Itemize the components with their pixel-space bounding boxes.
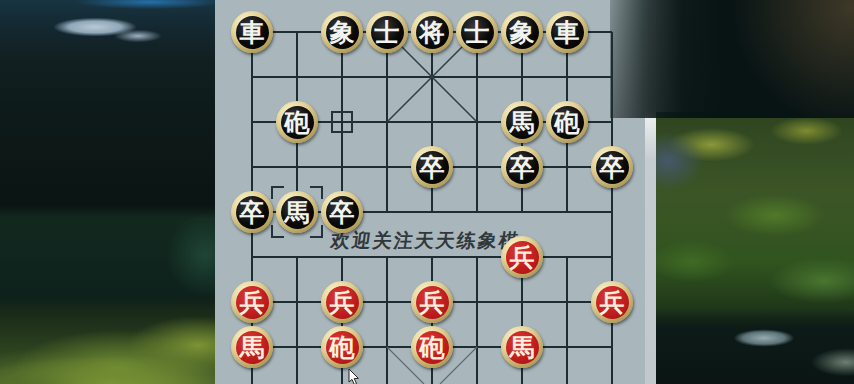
left-background-photo xyxy=(0,0,215,384)
piece-red-soldier[interactable]: 兵 xyxy=(321,281,363,323)
piece-black-soldier[interactable]: 卒 xyxy=(321,191,363,233)
piece-black-advisor[interactable]: 士 xyxy=(366,11,408,53)
piece-black-cannon[interactable]: 砲 xyxy=(546,101,588,143)
piece-black-elephant[interactable]: 象 xyxy=(321,11,363,53)
piece-red-cannon[interactable]: 砲 xyxy=(411,326,453,368)
piece-black-elephant[interactable]: 象 xyxy=(501,11,543,53)
piece-red-soldier[interactable]: 兵 xyxy=(411,281,453,323)
piece-black-general[interactable]: 将 xyxy=(411,11,453,53)
piece-red-soldier[interactable]: 兵 xyxy=(501,236,543,278)
piece-red-soldier[interactable]: 兵 xyxy=(231,281,273,323)
piece-black-soldier[interactable]: 卒 xyxy=(501,146,543,188)
piece-red-cannon[interactable]: 砲 xyxy=(321,326,363,368)
piece-black-chariot[interactable]: 車 xyxy=(546,11,588,53)
xiangqi-app-screen: 欢迎关注天天练象棋 車象士将士象車砲馬砲卒卒卒卒馬卒兵兵兵兵兵馬砲砲馬 xyxy=(0,0,854,384)
piece-red-horse[interactable]: 馬 xyxy=(501,326,543,368)
piece-black-advisor[interactable]: 士 xyxy=(456,11,498,53)
piece-black-chariot[interactable]: 車 xyxy=(231,11,273,53)
dark-blur-region xyxy=(610,0,854,118)
piece-black-horse[interactable]: 馬 xyxy=(276,191,318,233)
piece-black-soldier[interactable]: 卒 xyxy=(411,146,453,188)
piece-red-horse[interactable]: 馬 xyxy=(231,326,273,368)
piece-black-cannon[interactable]: 砲 xyxy=(276,101,318,143)
piece-black-horse[interactable]: 馬 xyxy=(501,101,543,143)
piece-red-soldier[interactable]: 兵 xyxy=(591,281,633,323)
last-move-from-marker xyxy=(331,111,353,133)
right-background-photo xyxy=(656,112,854,384)
piece-black-soldier[interactable]: 卒 xyxy=(591,146,633,188)
piece-black-soldier[interactable]: 卒 xyxy=(231,191,273,233)
